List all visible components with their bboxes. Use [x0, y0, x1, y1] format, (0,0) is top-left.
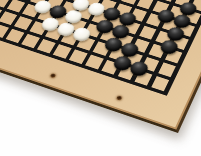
photo-background — [0, 0, 201, 156]
margin-hole-icon — [116, 95, 123, 101]
go-board[interactable] — [0, 0, 201, 133]
margin-hole-icon — [49, 73, 56, 79]
